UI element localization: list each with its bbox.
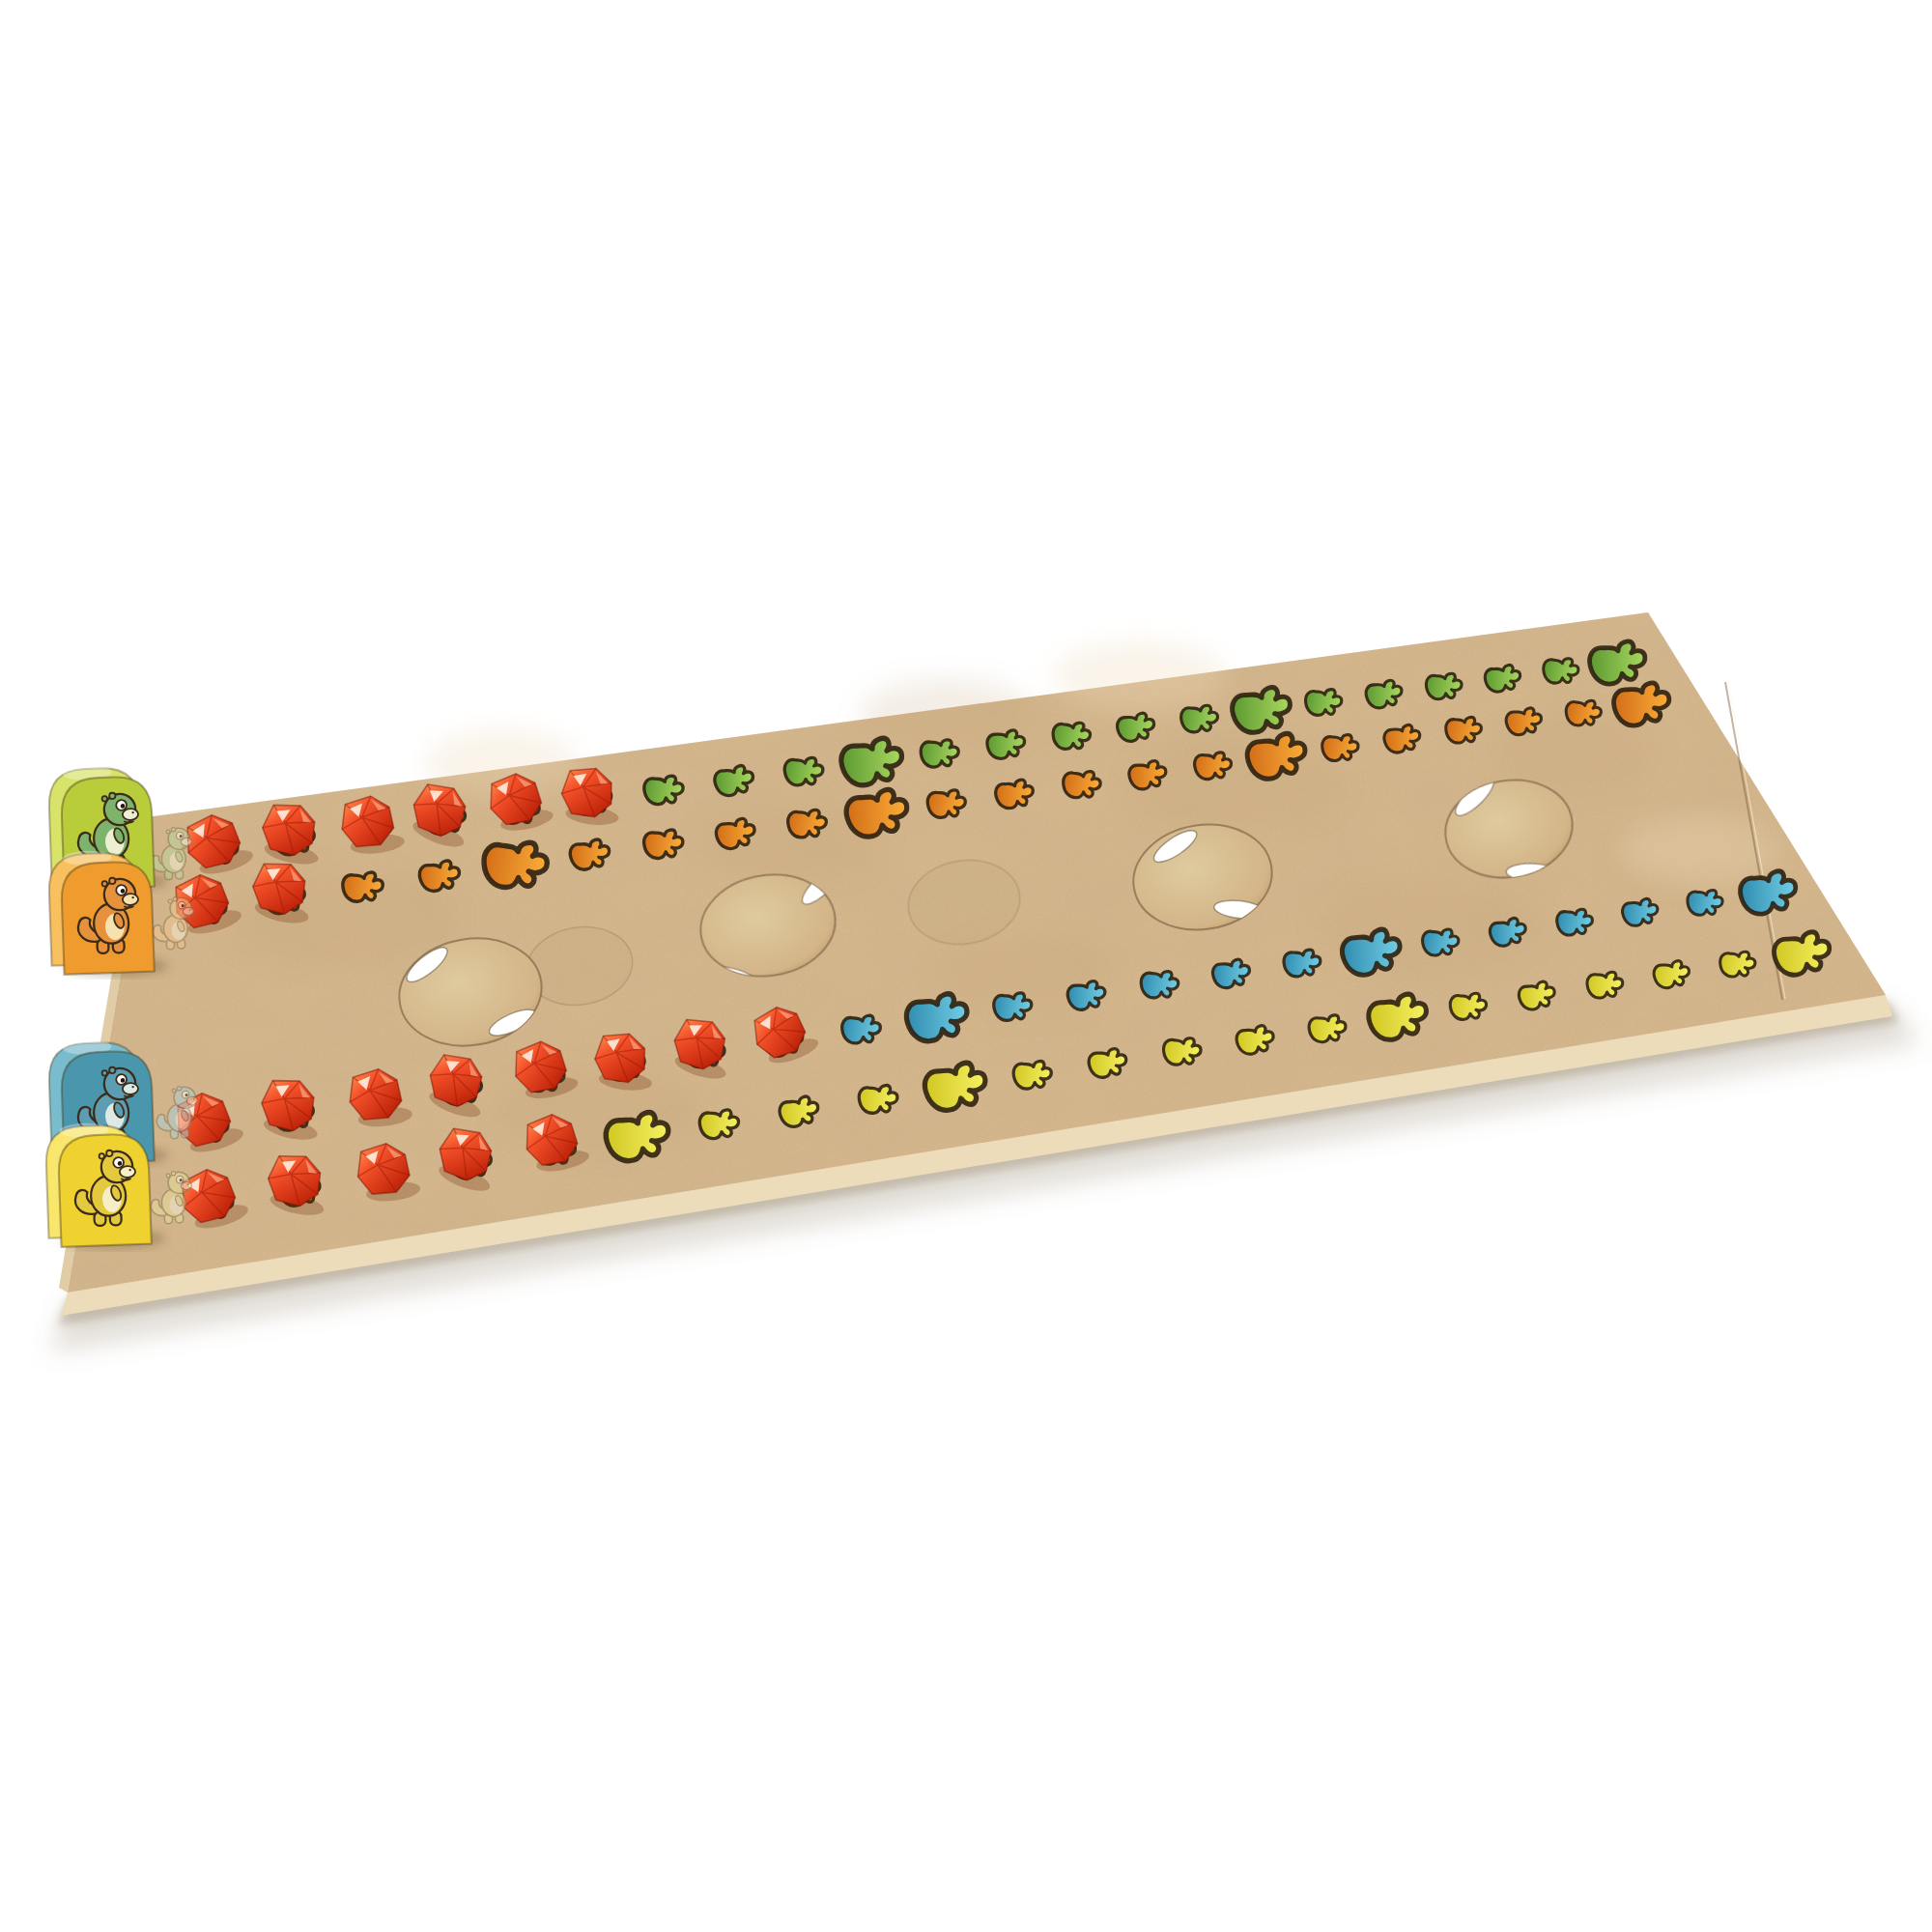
photo-canvas — [0, 0, 1932, 1932]
orange-dino-pawn[interactable] — [47, 848, 154, 975]
board-photo — [0, 0, 1932, 1932]
yellow-dino-pawn[interactable] — [44, 1121, 151, 1247]
